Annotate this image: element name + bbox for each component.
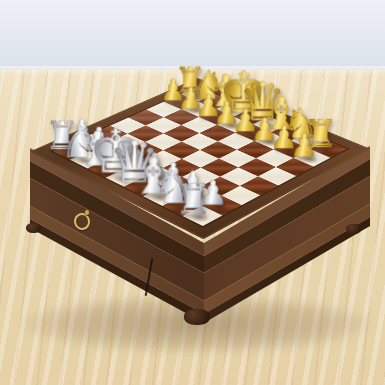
box-foot-left [26,223,41,233]
chess-board-top: ♜♞♝♚♛♝♞♜♟♟♟♟♟♟♟♟♟♟♟♟♟♟♟♟♜♞♝♚♛♝♞♜ [30,78,369,239]
square-g5 [238,158,276,176]
chess-board: ♜♞♝♚♛♝♞♜♟♟♟♟♟♟♟♟♟♟♟♟♟♟♟♟♜♞♝♚♛♝♞♜ [53,87,347,226]
square-e5 [200,141,237,158]
chess-set-photo: ♜♞♝♚♛♝♞♜♟♟♟♟♟♟♟♟♟♟♟♟♟♟♟♟♜♞♝♚♛♝♞♜ [0,0,385,385]
piece-silver-rook: ♜ [175,179,212,221]
board-perspective-wrap: ♜♞♝♚♛♝♞♜♟♟♟♟♟♟♟♟♟♟♟♟♟♟♟♟♜♞♝♚♛♝♞♜ [80,30,320,270]
board-frame: ♜♞♝♚♛♝♞♜♟♟♟♟♟♟♟♟♟♟♟♟♟♟♟♟♜♞♝♚♛♝♞♜ [30,78,369,239]
piece-gold-pawn: ♟ [290,130,318,161]
box-foot-right [346,224,361,234]
box-foot-front [184,309,210,325]
